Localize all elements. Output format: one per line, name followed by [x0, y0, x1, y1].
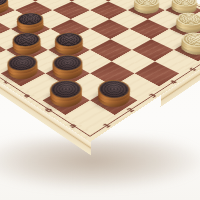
checkers-product-photo: абвгдежз12345678: [0, 0, 200, 200]
perspective-view: абвгдежз12345678: [0, 0, 200, 200]
board-plane: абвгдежз12345678: [0, 0, 200, 142]
light-checker-piece-а6: [175, 40, 200, 61]
